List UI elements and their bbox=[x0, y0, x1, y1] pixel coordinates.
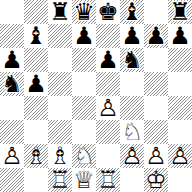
square-b8[interactable] bbox=[24, 0, 48, 24]
piece-glyph: ♙ bbox=[0, 144, 24, 168]
chess-board: ♜♜♛♛♚♚♝♝♜♜♝♝♟♟♟♟♟♟♟♟♟♟♟♟♞♞♞♞♟♟♟♙♞♘♟♙♝♗♝♗… bbox=[0, 0, 192, 192]
square-b5[interactable]: ♟♟ bbox=[24, 72, 48, 96]
square-f1[interactable] bbox=[120, 168, 144, 192]
piece-glyph: ♖ bbox=[96, 168, 120, 192]
black-knight: ♞♞ bbox=[120, 48, 144, 72]
square-a4[interactable] bbox=[0, 96, 24, 120]
white-rook: ♜♖ bbox=[48, 168, 72, 192]
square-h8[interactable]: ♜♜ bbox=[168, 0, 192, 24]
square-e7[interactable] bbox=[96, 24, 120, 48]
piece-glyph: ♟ bbox=[96, 48, 120, 72]
piece-glyph: ♜ bbox=[168, 0, 192, 24]
square-a7[interactable] bbox=[0, 24, 24, 48]
white-pawn: ♟♙ bbox=[96, 96, 120, 120]
piece-glyph: ♕ bbox=[72, 168, 96, 192]
square-d3[interactable] bbox=[72, 120, 96, 144]
white-bishop: ♝♗ bbox=[24, 144, 48, 168]
square-h7[interactable]: ♟♟ bbox=[168, 24, 192, 48]
white-pawn: ♟♙ bbox=[144, 144, 168, 168]
black-pawn: ♟♟ bbox=[24, 72, 48, 96]
square-b1[interactable] bbox=[24, 168, 48, 192]
square-a3[interactable] bbox=[0, 120, 24, 144]
piece-glyph: ♟ bbox=[120, 24, 144, 48]
piece-glyph: ♔ bbox=[144, 168, 168, 192]
square-f6[interactable]: ♞♞ bbox=[120, 48, 144, 72]
square-c6[interactable] bbox=[48, 48, 72, 72]
black-pawn: ♟♟ bbox=[72, 24, 96, 48]
square-d6[interactable] bbox=[72, 48, 96, 72]
square-c4[interactable] bbox=[48, 96, 72, 120]
square-a2[interactable]: ♟♙ bbox=[0, 144, 24, 168]
square-e6[interactable]: ♟♟ bbox=[96, 48, 120, 72]
piece-glyph: ♖ bbox=[48, 168, 72, 192]
piece-glyph: ♟ bbox=[144, 24, 168, 48]
square-d2[interactable]: ♞♘ bbox=[72, 144, 96, 168]
square-a6[interactable]: ♟♟ bbox=[0, 48, 24, 72]
square-a8[interactable] bbox=[0, 0, 24, 24]
white-pawn: ♟♙ bbox=[168, 144, 192, 168]
black-pawn: ♟♟ bbox=[96, 48, 120, 72]
square-f8[interactable]: ♝♝ bbox=[120, 0, 144, 24]
white-pawn: ♟♙ bbox=[120, 144, 144, 168]
square-h3[interactable] bbox=[168, 120, 192, 144]
piece-glyph: ♘ bbox=[120, 120, 144, 144]
square-g4[interactable] bbox=[144, 96, 168, 120]
square-a1[interactable] bbox=[0, 168, 24, 192]
black-pawn: ♟♟ bbox=[144, 24, 168, 48]
square-d5[interactable] bbox=[72, 72, 96, 96]
square-f5[interactable] bbox=[120, 72, 144, 96]
square-c8[interactable]: ♜♜ bbox=[48, 0, 72, 24]
square-c5[interactable] bbox=[48, 72, 72, 96]
piece-glyph: ♗ bbox=[24, 144, 48, 168]
black-pawn: ♟♟ bbox=[120, 24, 144, 48]
piece-glyph: ♙ bbox=[120, 144, 144, 168]
piece-glyph: ♟ bbox=[72, 24, 96, 48]
black-rook: ♜♜ bbox=[48, 0, 72, 24]
square-c7[interactable] bbox=[48, 24, 72, 48]
square-h2[interactable]: ♟♙ bbox=[168, 144, 192, 168]
square-e2[interactable] bbox=[96, 144, 120, 168]
piece-glyph: ♙ bbox=[96, 96, 120, 120]
square-f3[interactable]: ♞♘ bbox=[120, 120, 144, 144]
piece-glyph: ♞ bbox=[0, 72, 24, 96]
square-d4[interactable] bbox=[72, 96, 96, 120]
square-b7[interactable]: ♝♝ bbox=[24, 24, 48, 48]
square-f7[interactable]: ♟♟ bbox=[120, 24, 144, 48]
square-f2[interactable]: ♟♙ bbox=[120, 144, 144, 168]
piece-glyph: ♜ bbox=[48, 0, 72, 24]
square-d7[interactable]: ♟♟ bbox=[72, 24, 96, 48]
white-rook: ♜♖ bbox=[96, 168, 120, 192]
white-bishop: ♝♗ bbox=[48, 144, 72, 168]
square-e1[interactable]: ♜♖ bbox=[96, 168, 120, 192]
black-king: ♚♚ bbox=[96, 0, 120, 24]
square-h5[interactable] bbox=[168, 72, 192, 96]
white-queen: ♛♕ bbox=[72, 168, 96, 192]
black-pawn: ♟♟ bbox=[168, 24, 192, 48]
square-d8[interactable]: ♛♛ bbox=[72, 0, 96, 24]
square-g1[interactable]: ♚♔ bbox=[144, 168, 168, 192]
square-g6[interactable] bbox=[144, 48, 168, 72]
piece-glyph: ♘ bbox=[72, 144, 96, 168]
piece-glyph: ♟ bbox=[168, 24, 192, 48]
piece-glyph: ♟ bbox=[0, 48, 24, 72]
square-d1[interactable]: ♛♕ bbox=[72, 168, 96, 192]
square-g7[interactable]: ♟♟ bbox=[144, 24, 168, 48]
square-e3[interactable] bbox=[96, 120, 120, 144]
square-g5[interactable] bbox=[144, 72, 168, 96]
piece-glyph: ♚ bbox=[96, 0, 120, 24]
square-h1[interactable] bbox=[168, 168, 192, 192]
white-knight: ♞♘ bbox=[120, 120, 144, 144]
black-queen: ♛♛ bbox=[72, 0, 96, 24]
square-g3[interactable] bbox=[144, 120, 168, 144]
piece-glyph: ♗ bbox=[48, 144, 72, 168]
square-b2[interactable]: ♝♗ bbox=[24, 144, 48, 168]
black-knight: ♞♞ bbox=[0, 72, 24, 96]
square-b3[interactable] bbox=[24, 120, 48, 144]
square-b4[interactable] bbox=[24, 96, 48, 120]
piece-glyph: ♙ bbox=[144, 144, 168, 168]
piece-glyph: ♟ bbox=[24, 72, 48, 96]
piece-glyph: ♝ bbox=[24, 24, 48, 48]
black-rook: ♜♜ bbox=[168, 0, 192, 24]
white-pawn: ♟♙ bbox=[0, 144, 24, 168]
square-e5[interactable] bbox=[96, 72, 120, 96]
square-h4[interactable] bbox=[168, 96, 192, 120]
black-bishop: ♝♝ bbox=[24, 24, 48, 48]
white-king: ♚♔ bbox=[144, 168, 168, 192]
square-f4[interactable] bbox=[120, 96, 144, 120]
black-bishop: ♝♝ bbox=[120, 0, 144, 24]
black-pawn: ♟♟ bbox=[0, 48, 24, 72]
square-e4[interactable]: ♟♙ bbox=[96, 96, 120, 120]
square-b6[interactable] bbox=[24, 48, 48, 72]
square-c3[interactable] bbox=[48, 120, 72, 144]
square-c2[interactable]: ♝♗ bbox=[48, 144, 72, 168]
square-c1[interactable]: ♜♖ bbox=[48, 168, 72, 192]
square-e8[interactable]: ♚♚ bbox=[96, 0, 120, 24]
square-h6[interactable] bbox=[168, 48, 192, 72]
square-g2[interactable]: ♟♙ bbox=[144, 144, 168, 168]
piece-glyph: ♛ bbox=[72, 0, 96, 24]
square-a5[interactable]: ♞♞ bbox=[0, 72, 24, 96]
piece-glyph: ♝ bbox=[120, 0, 144, 24]
piece-glyph: ♞ bbox=[120, 48, 144, 72]
white-knight: ♞♘ bbox=[72, 144, 96, 168]
piece-glyph: ♙ bbox=[168, 144, 192, 168]
square-g8[interactable] bbox=[144, 0, 168, 24]
